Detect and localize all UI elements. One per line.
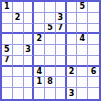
cell-r5c5[interactable] <box>45 45 56 56</box>
cell-r8c8[interactable] <box>77 77 88 88</box>
cell-r2c9[interactable] <box>88 13 99 24</box>
cell-r9c3[interactable] <box>24 88 35 99</box>
cell-r9c7-given[interactable]: 3 <box>67 88 78 99</box>
cell-r2c2-given[interactable]: 2 <box>13 13 24 24</box>
cell-r3c2[interactable] <box>13 24 24 35</box>
cell-r6c5[interactable] <box>45 56 56 67</box>
cell-r8c7[interactable] <box>67 77 78 88</box>
cell-r6c3[interactable] <box>24 56 35 67</box>
cell-r1c2[interactable] <box>13 2 24 13</box>
cell-r9c1[interactable] <box>2 88 13 99</box>
cell-r6c8[interactable] <box>77 56 88 67</box>
cell-r6c6[interactable] <box>56 56 67 67</box>
cell-r2c7[interactable] <box>67 13 78 24</box>
cell-r9c9[interactable] <box>88 88 99 99</box>
cell-r3c1[interactable] <box>2 24 13 35</box>
cell-r7c9-given[interactable]: 6 <box>88 67 99 78</box>
cell-r6c2[interactable] <box>13 56 24 67</box>
cell-r1c8-given[interactable]: 5 <box>77 2 88 13</box>
cell-r3c5-given[interactable]: 5 <box>45 24 56 35</box>
cell-r7c2[interactable] <box>13 67 24 78</box>
cell-r4c2[interactable] <box>13 34 24 45</box>
cell-r5c6[interactable] <box>56 45 67 56</box>
cell-r9c4[interactable] <box>34 88 45 99</box>
cell-r1c7[interactable] <box>67 2 78 13</box>
cell-r8c9[interactable] <box>88 77 99 88</box>
cell-r5c3-given[interactable]: 3 <box>24 45 35 56</box>
cell-r3c8[interactable] <box>77 24 88 35</box>
cell-r2c8[interactable] <box>77 13 88 24</box>
cell-r4c5[interactable] <box>45 34 56 45</box>
cell-r8c2[interactable] <box>13 77 24 88</box>
cell-r3c4[interactable] <box>34 24 45 35</box>
cell-r2c6-given[interactable]: 3 <box>56 13 67 24</box>
cell-r4c1[interactable] <box>2 34 13 45</box>
cell-r4c9[interactable] <box>88 34 99 45</box>
cell-r4c6[interactable] <box>56 34 67 45</box>
cell-r3c7[interactable] <box>67 24 78 35</box>
cell-r4c8-given[interactable]: 4 <box>77 34 88 45</box>
cell-r7c1[interactable] <box>2 67 13 78</box>
cell-r6c4[interactable] <box>34 56 45 67</box>
cell-r2c3[interactable] <box>24 13 35 24</box>
cell-r8c5-given[interactable]: 8 <box>45 77 56 88</box>
cell-r4c7[interactable] <box>67 34 78 45</box>
cell-r5c8[interactable] <box>77 45 88 56</box>
cell-r1c1-given[interactable]: 1 <box>2 2 13 13</box>
cell-r6c9[interactable] <box>88 56 99 67</box>
cell-r2c1[interactable] <box>2 13 13 24</box>
cell-r3c3[interactable] <box>24 24 35 35</box>
cell-r1c3[interactable] <box>24 2 35 13</box>
cell-r5c2[interactable] <box>13 45 24 56</box>
cell-r7c7-given[interactable]: 2 <box>67 67 78 78</box>
cell-r8c4-given[interactable]: 1 <box>34 77 45 88</box>
cell-r1c6[interactable] <box>56 2 67 13</box>
cell-r8c6[interactable] <box>56 77 67 88</box>
cell-r7c8[interactable] <box>77 67 88 78</box>
cell-r5c1-given[interactable]: 5 <box>2 45 13 56</box>
cell-r8c1[interactable] <box>2 77 13 88</box>
cell-r7c6[interactable] <box>56 67 67 78</box>
cell-r9c6[interactable] <box>56 88 67 99</box>
sudoku-board: 15235724537426183 <box>0 0 101 101</box>
cell-r4c4-given[interactable]: 2 <box>34 34 45 45</box>
cell-r4c3[interactable] <box>24 34 35 45</box>
cell-r5c7[interactable] <box>67 45 78 56</box>
cell-r6c1-given[interactable]: 7 <box>2 56 13 67</box>
cell-r8c3[interactable] <box>24 77 35 88</box>
cell-r7c3[interactable] <box>24 67 35 78</box>
cell-r1c5[interactable] <box>45 2 56 13</box>
cell-r9c8[interactable] <box>77 88 88 99</box>
cell-r2c4[interactable] <box>34 13 45 24</box>
cell-r9c5[interactable] <box>45 88 56 99</box>
cell-r6c7[interactable] <box>67 56 78 67</box>
cell-r7c5[interactable] <box>45 67 56 78</box>
cell-r1c9[interactable] <box>88 2 99 13</box>
cell-r3c9[interactable] <box>88 24 99 35</box>
cell-r1c4[interactable] <box>34 2 45 13</box>
cell-r3c6-given[interactable]: 7 <box>56 24 67 35</box>
cell-r7c4-given[interactable]: 4 <box>34 67 45 78</box>
cell-r2c5[interactable] <box>45 13 56 24</box>
cell-r9c2[interactable] <box>13 88 24 99</box>
cell-r5c4[interactable] <box>34 45 45 56</box>
cell-r5c9[interactable] <box>88 45 99 56</box>
